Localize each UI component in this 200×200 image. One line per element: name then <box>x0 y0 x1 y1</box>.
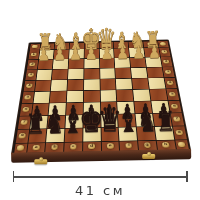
frame-cell: h <box>143 41 158 47</box>
board-square <box>137 127 156 141</box>
board-square <box>83 128 100 142</box>
frame-cell: 8 <box>172 126 186 139</box>
board-square <box>66 102 83 114</box>
board-square <box>39 50 54 59</box>
board-square <box>100 58 115 68</box>
coordinate-medallion: f <box>118 43 123 46</box>
frame-cell: a <box>40 43 55 49</box>
frame-cell <box>30 44 40 50</box>
board-square <box>155 126 174 140</box>
board-square <box>148 78 165 89</box>
frame-cell: c <box>64 142 82 152</box>
coordinate-medallion <box>17 145 24 150</box>
board-square <box>134 101 152 113</box>
frame-cell: 8 <box>15 129 28 142</box>
board-square <box>35 80 52 91</box>
board-square <box>131 67 147 77</box>
board-square <box>100 90 116 101</box>
frame-cell <box>14 143 27 153</box>
frame-cell: 3 <box>25 70 37 80</box>
frame-cell: e <box>101 141 119 151</box>
coordinate-medallion: g <box>133 43 138 46</box>
coordinate-medallion: 8 <box>19 133 26 138</box>
frame-cell: d <box>84 42 98 48</box>
coordinate-medallion: 4 <box>167 81 173 85</box>
frame-cell: 6 <box>168 100 181 112</box>
chess-board: abcdefgh1122334455667788abcdefgh <box>12 40 190 154</box>
coordinate-medallion: 5 <box>169 92 176 96</box>
coordinate-medallion: 1 <box>161 50 167 53</box>
frame-cell <box>175 140 189 149</box>
board-square <box>65 128 83 142</box>
board-square <box>133 89 150 100</box>
coordinate-medallion: 6 <box>23 107 30 111</box>
board-square <box>84 79 100 90</box>
coordinate-medallion: h <box>162 142 169 147</box>
coordinate-medallion: 1 <box>31 53 37 56</box>
board-square <box>49 103 66 115</box>
frame-cell: 7 <box>170 113 184 126</box>
board-square <box>69 49 84 58</box>
board-square <box>100 68 115 78</box>
board-square <box>100 79 116 90</box>
board-square <box>54 49 69 58</box>
board-square <box>144 47 160 56</box>
board-square <box>83 114 100 127</box>
board-square <box>36 69 52 79</box>
coordinate-medallion: h <box>148 42 154 45</box>
board-square <box>84 68 99 78</box>
coordinate-medallion: c <box>70 144 77 149</box>
frame-cell: 4 <box>23 80 35 91</box>
frame-cell: 3 <box>162 67 174 77</box>
board-square <box>100 102 117 114</box>
frame-cell: 7 <box>17 116 30 129</box>
coordinate-medallion: b <box>51 145 58 150</box>
coordinate-medallion: 6 <box>171 104 178 108</box>
board-square <box>37 59 53 69</box>
frame-cell: b <box>55 43 69 49</box>
coordinate-medallion: 2 <box>29 63 35 67</box>
coordinate-medallion: b <box>59 44 64 47</box>
frame-cell: 5 <box>166 89 179 100</box>
coordinate-medallion: e <box>107 143 114 148</box>
board-square <box>67 79 83 90</box>
board-square <box>116 78 132 89</box>
board-square <box>69 59 84 69</box>
frame-cell: 6 <box>20 103 33 115</box>
frame-cell: 2 <box>27 60 38 70</box>
board-square <box>150 89 167 100</box>
board-square <box>84 49 98 58</box>
board-square <box>53 59 68 69</box>
product-photo: abcdefgh1122334455667788abcdefgh ♜♞♝♛♚♝♞… <box>0 0 200 200</box>
frame-cell: g <box>128 41 143 47</box>
frame-cell: g <box>138 140 157 150</box>
board-square <box>52 69 68 79</box>
board-square <box>67 91 83 103</box>
frame-cell: 5 <box>21 92 33 103</box>
board-square <box>84 58 99 68</box>
board-square <box>118 114 136 127</box>
board-square <box>32 103 49 115</box>
frame-cell: f <box>120 141 138 151</box>
board-square <box>117 101 134 113</box>
board-square <box>115 58 130 68</box>
board-square <box>132 78 149 89</box>
frame-cell <box>158 41 169 47</box>
hinge-clasp-left <box>34 159 47 164</box>
dimension-line <box>13 176 187 178</box>
coordinate-medallion: 4 <box>26 84 32 88</box>
frame-cell: 1 <box>159 47 170 56</box>
board-square <box>28 129 47 143</box>
board-square <box>68 69 83 79</box>
board-grid: abcdefgh1122334455667788abcdefgh <box>12 40 190 154</box>
board-square <box>151 101 169 113</box>
dimension-tick-right <box>186 171 188 182</box>
board-square <box>130 57 146 67</box>
coordinate-medallion: f <box>125 143 132 148</box>
frame-cell: 1 <box>28 50 39 59</box>
frame-cell: b <box>45 142 63 152</box>
frame-cell: e <box>99 42 113 48</box>
hinge-clasp-right <box>142 154 155 159</box>
dimension-tick-left <box>13 171 15 182</box>
board-square <box>99 48 114 57</box>
board-square <box>33 91 50 103</box>
board-square <box>147 67 163 77</box>
coordinate-medallion: e <box>104 43 109 46</box>
board-square <box>117 90 134 101</box>
board-square <box>153 113 172 126</box>
coordinate-medallion: g <box>144 143 151 148</box>
coordinate-medallion <box>160 42 166 45</box>
board-square <box>101 114 118 127</box>
board-square <box>30 116 48 129</box>
coordinate-medallion: 2 <box>163 60 169 64</box>
board-square <box>115 68 131 78</box>
coordinate-medallion: 8 <box>176 130 183 135</box>
board-square <box>101 127 119 141</box>
board-square <box>48 115 66 128</box>
coordinate-medallion: d <box>88 144 94 149</box>
board-square <box>65 115 82 128</box>
board-square <box>135 113 153 126</box>
coordinate-medallion: 7 <box>173 117 180 122</box>
coordinate-medallion: 5 <box>24 95 30 99</box>
board-square <box>114 48 129 57</box>
coordinate-medallion: 7 <box>21 120 28 125</box>
frame-cell: d <box>83 142 101 152</box>
coordinate-medallion: 3 <box>165 70 171 74</box>
frame-cell: h <box>156 140 175 150</box>
frame-cell: f <box>114 42 128 48</box>
coordinate-medallion: a <box>33 145 40 150</box>
board-square <box>51 80 67 91</box>
coordinate-medallion: c <box>74 44 79 47</box>
board-square <box>84 90 100 101</box>
board-square <box>46 128 64 142</box>
frame-cell: c <box>70 43 84 49</box>
board-square <box>119 127 137 141</box>
coordinate-medallion: d <box>89 44 94 47</box>
dimension-label: 41 см <box>0 183 200 198</box>
coordinate-medallion: 3 <box>28 73 34 77</box>
board-square <box>83 102 99 114</box>
board-square <box>50 91 67 103</box>
coordinate-medallion <box>32 45 38 48</box>
coordinate-medallion: a <box>45 45 50 48</box>
coordinate-medallion <box>178 142 185 147</box>
board-square <box>145 57 161 67</box>
chess-set: abcdefgh1122334455667788abcdefgh ♜♞♝♛♚♝♞… <box>0 0 200 200</box>
frame-cell: 4 <box>164 77 176 88</box>
frame-cell: 2 <box>160 57 172 67</box>
board-square <box>129 48 144 57</box>
frame-cell: a <box>27 143 46 153</box>
